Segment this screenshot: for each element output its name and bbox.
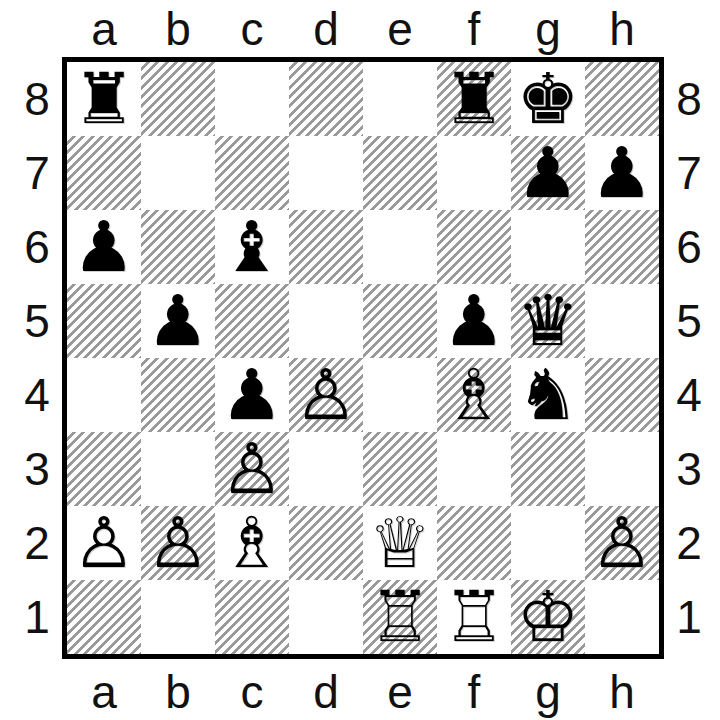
piece-white-king-g1: ♔: [517, 580, 580, 654]
square-b6[interactable]: [141, 210, 215, 284]
square-b8[interactable]: [141, 62, 215, 136]
piece-black-rook-a8: ♜: [73, 62, 136, 136]
square-h8[interactable]: [585, 62, 659, 136]
square-f4[interactable]: ♗: [437, 358, 511, 432]
square-c7[interactable]: [215, 136, 289, 210]
rank-label-7: 7: [666, 136, 712, 210]
square-b2[interactable]: ♙: [141, 506, 215, 580]
piece-white-rook-e1: ♖: [369, 580, 432, 654]
square-d6[interactable]: [289, 210, 363, 284]
square-g4[interactable]: ♞: [511, 358, 585, 432]
rank-labels-left: 87654321: [14, 62, 60, 654]
square-b3[interactable]: [141, 432, 215, 506]
piece-white-pawn-d4: ♙: [295, 358, 358, 432]
file-labels-top: abcdefgh: [67, 2, 659, 52]
square-a8[interactable]: ♜: [67, 62, 141, 136]
square-e6[interactable]: [363, 210, 437, 284]
square-a3[interactable]: [67, 432, 141, 506]
square-g5[interactable]: ♛: [511, 284, 585, 358]
file-label-a: a: [67, 2, 141, 56]
rank-label-3: 3: [14, 432, 60, 506]
square-h5[interactable]: [585, 284, 659, 358]
square-d5[interactable]: [289, 284, 363, 358]
square-g2[interactable]: [511, 506, 585, 580]
rank-label-4: 4: [14, 358, 60, 432]
square-c2[interactable]: ♗: [215, 506, 289, 580]
square-f7[interactable]: [437, 136, 511, 210]
square-b7[interactable]: [141, 136, 215, 210]
square-a2[interactable]: ♙: [67, 506, 141, 580]
square-h6[interactable]: [585, 210, 659, 284]
rank-label-6: 6: [14, 210, 60, 284]
square-h1[interactable]: [585, 580, 659, 654]
rank-labels-right: 87654321: [666, 62, 712, 654]
rank-label-1: 1: [14, 580, 60, 654]
square-d3[interactable]: [289, 432, 363, 506]
square-h2[interactable]: ♙: [585, 506, 659, 580]
rank-label-5: 5: [14, 284, 60, 358]
square-f2[interactable]: [437, 506, 511, 580]
square-g6[interactable]: [511, 210, 585, 284]
square-c8[interactable]: [215, 62, 289, 136]
file-label-h: h: [585, 661, 659, 719]
square-a4[interactable]: [67, 358, 141, 432]
file-label-g: g: [511, 661, 585, 719]
square-b5[interactable]: ♟: [141, 284, 215, 358]
square-f3[interactable]: [437, 432, 511, 506]
piece-black-pawn-b5: ♟: [147, 284, 210, 358]
file-label-b: b: [141, 661, 215, 719]
piece-black-pawn-g7: ♟: [517, 136, 580, 210]
file-label-d: d: [289, 2, 363, 56]
square-g7[interactable]: ♟: [511, 136, 585, 210]
piece-white-pawn-c3: ♙: [221, 432, 284, 506]
square-a6[interactable]: ♟: [67, 210, 141, 284]
square-c6[interactable]: ♝: [215, 210, 289, 284]
square-b4[interactable]: [141, 358, 215, 432]
square-e7[interactable]: [363, 136, 437, 210]
file-label-c: c: [215, 2, 289, 56]
square-e4[interactable]: [363, 358, 437, 432]
piece-black-king-g8: ♚: [517, 62, 580, 136]
square-d4[interactable]: ♙: [289, 358, 363, 432]
file-label-f: f: [437, 2, 511, 56]
square-h4[interactable]: [585, 358, 659, 432]
piece-black-pawn-a6: ♟: [73, 210, 136, 284]
square-c1[interactable]: [215, 580, 289, 654]
chess-board: ♜♜♚♟♟♟♝♟♟♛♟♙♗♞♙♙♙♗♕♙♖♖♔: [62, 57, 664, 659]
square-h3[interactable]: [585, 432, 659, 506]
piece-black-rook-f8: ♜: [443, 62, 506, 136]
piece-white-pawn-b2: ♙: [147, 506, 210, 580]
square-f1[interactable]: ♖: [437, 580, 511, 654]
rank-label-3: 3: [666, 432, 712, 506]
file-label-g: g: [511, 2, 585, 56]
piece-white-bishop-f4: ♗: [443, 358, 506, 432]
file-label-h: h: [585, 2, 659, 56]
piece-white-pawn-h2: ♙: [591, 506, 654, 580]
square-e2[interactable]: ♕: [363, 506, 437, 580]
file-label-b: b: [141, 2, 215, 56]
square-d7[interactable]: [289, 136, 363, 210]
rank-label-4: 4: [666, 358, 712, 432]
square-e3[interactable]: [363, 432, 437, 506]
square-g8[interactable]: ♚: [511, 62, 585, 136]
file-labels-bottom: abcdefgh: [67, 661, 659, 717]
square-e8[interactable]: [363, 62, 437, 136]
piece-black-pawn-h7: ♟: [591, 136, 654, 210]
file-label-e: e: [363, 2, 437, 56]
piece-white-bishop-c2: ♗: [221, 506, 284, 580]
square-e5[interactable]: [363, 284, 437, 358]
file-label-c: c: [215, 661, 289, 719]
rank-label-8: 8: [14, 62, 60, 136]
file-label-a: a: [67, 661, 141, 719]
square-f6[interactable]: [437, 210, 511, 284]
square-g1[interactable]: ♔: [511, 580, 585, 654]
file-label-e: e: [363, 661, 437, 719]
rank-label-2: 2: [14, 506, 60, 580]
square-e1[interactable]: ♖: [363, 580, 437, 654]
square-c5[interactable]: [215, 284, 289, 358]
piece-black-bishop-c6: ♝: [221, 210, 284, 284]
square-f5[interactable]: ♟: [437, 284, 511, 358]
square-d1[interactable]: [289, 580, 363, 654]
square-c3[interactable]: ♙: [215, 432, 289, 506]
rank-label-7: 7: [14, 136, 60, 210]
rank-label-2: 2: [666, 506, 712, 580]
square-a1[interactable]: [67, 580, 141, 654]
square-d2[interactable]: [289, 506, 363, 580]
square-g3[interactable]: [511, 432, 585, 506]
square-f8[interactable]: ♜: [437, 62, 511, 136]
file-label-d: d: [289, 661, 363, 719]
file-label-f: f: [437, 661, 511, 719]
piece-black-queen-g5: ♛: [517, 284, 580, 358]
piece-black-knight-g4: ♞: [517, 358, 580, 432]
rank-label-8: 8: [666, 62, 712, 136]
piece-white-queen-e2: ♕: [369, 506, 432, 580]
square-a5[interactable]: [67, 284, 141, 358]
square-h7[interactable]: ♟: [585, 136, 659, 210]
square-b1[interactable]: [141, 580, 215, 654]
piece-white-rook-f1: ♖: [443, 580, 506, 654]
square-a7[interactable]: [67, 136, 141, 210]
rank-label-6: 6: [666, 210, 712, 284]
piece-white-pawn-a2: ♙: [73, 506, 136, 580]
rank-label-1: 1: [666, 580, 712, 654]
piece-black-pawn-f5: ♟: [443, 284, 506, 358]
rank-label-5: 5: [666, 284, 712, 358]
square-c4[interactable]: ♟: [215, 358, 289, 432]
square-d8[interactable]: [289, 62, 363, 136]
piece-black-pawn-c4: ♟: [221, 358, 284, 432]
chess-diagram: abcdefgh abcdefgh 87654321 87654321 ♜♜♚♟…: [0, 0, 720, 720]
